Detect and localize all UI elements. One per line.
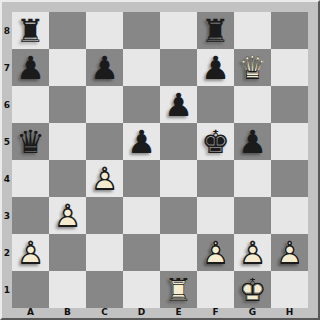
piece-black-pawn-f7[interactable]: ♟	[197, 49, 234, 86]
square-a4[interactable]	[12, 160, 49, 197]
rank-label-3: 3	[2, 197, 12, 234]
file-label-d: D	[123, 307, 160, 318]
square-c7[interactable]: ♟	[86, 49, 123, 86]
square-e8[interactable]	[160, 12, 197, 49]
square-g6[interactable]	[234, 86, 271, 123]
chess-board: ♜♜♟♟♟♛♕♟♛♟♚♟♟♙♟♙♟♙♟♙♟♙♟♙♜♖♚♔	[12, 12, 308, 308]
piece-glyph-outline: ♙	[234, 234, 271, 271]
piece-white-king-g1[interactable]: ♚♔	[234, 271, 271, 308]
piece-glyph-outline: ♙	[86, 160, 123, 197]
piece-glyph-fill: ♟	[197, 49, 234, 86]
square-a5[interactable]: ♛	[12, 123, 49, 160]
square-h4[interactable]	[271, 160, 308, 197]
piece-glyph-fill: ♚	[197, 123, 234, 160]
rank-label-4: 4	[2, 160, 12, 197]
square-f6[interactable]	[197, 86, 234, 123]
square-d5[interactable]: ♟	[123, 123, 160, 160]
square-g2[interactable]: ♟♙	[234, 234, 271, 271]
square-g8[interactable]	[234, 12, 271, 49]
square-h8[interactable]	[271, 12, 308, 49]
square-h3[interactable]	[271, 197, 308, 234]
square-h2[interactable]: ♟♙	[271, 234, 308, 271]
square-d8[interactable]	[123, 12, 160, 49]
rank-label-2: 2	[2, 234, 12, 271]
piece-white-pawn-f2[interactable]: ♟♙	[197, 234, 234, 271]
square-a2[interactable]: ♟♙	[12, 234, 49, 271]
piece-glyph-outline: ♙	[197, 234, 234, 271]
square-f3[interactable]	[197, 197, 234, 234]
piece-black-pawn-e6[interactable]: ♟	[160, 86, 197, 123]
square-c2[interactable]	[86, 234, 123, 271]
square-a8[interactable]: ♜	[12, 12, 49, 49]
piece-glyph-fill: ♜	[197, 12, 234, 49]
piece-black-queen-a5[interactable]: ♛	[12, 123, 49, 160]
rank-label-8: 8	[2, 12, 12, 49]
file-label-f: F	[197, 307, 234, 318]
piece-glyph-outline: ♖	[160, 271, 197, 308]
square-a7[interactable]: ♟	[12, 49, 49, 86]
square-h5[interactable]	[271, 123, 308, 160]
square-f8[interactable]: ♜	[197, 12, 234, 49]
square-g3[interactable]	[234, 197, 271, 234]
square-h6[interactable]	[271, 86, 308, 123]
piece-glyph-outline: ♙	[49, 197, 86, 234]
square-f7[interactable]: ♟	[197, 49, 234, 86]
piece-glyph-fill: ♟	[86, 49, 123, 86]
piece-white-pawn-h2[interactable]: ♟♙	[271, 234, 308, 271]
piece-white-queen-g7[interactable]: ♛♕	[234, 49, 271, 86]
square-b5[interactable]	[49, 123, 86, 160]
square-e3[interactable]	[160, 197, 197, 234]
piece-black-pawn-d5[interactable]: ♟	[123, 123, 160, 160]
square-e7[interactable]	[160, 49, 197, 86]
square-b6[interactable]	[49, 86, 86, 123]
file-label-e: E	[160, 307, 197, 318]
square-h7[interactable]	[271, 49, 308, 86]
square-e2[interactable]	[160, 234, 197, 271]
file-labels: ABCDEFGH	[12, 307, 308, 318]
square-d3[interactable]	[123, 197, 160, 234]
square-e4[interactable]	[160, 160, 197, 197]
square-a6[interactable]	[12, 86, 49, 123]
square-c3[interactable]	[86, 197, 123, 234]
square-f5[interactable]: ♚	[197, 123, 234, 160]
square-g1[interactable]: ♚♔	[234, 271, 271, 308]
square-b7[interactable]	[49, 49, 86, 86]
square-g7[interactable]: ♛♕	[234, 49, 271, 86]
piece-glyph-fill: ♜	[12, 12, 49, 49]
piece-glyph-fill: ♟	[234, 123, 271, 160]
square-b3[interactable]: ♟♙	[49, 197, 86, 234]
file-label-g: G	[234, 307, 271, 318]
piece-white-pawn-g2[interactable]: ♟♙	[234, 234, 271, 271]
square-f2[interactable]: ♟♙	[197, 234, 234, 271]
rank-label-6: 6	[2, 86, 12, 123]
square-a3[interactable]	[12, 197, 49, 234]
square-e6[interactable]: ♟	[160, 86, 197, 123]
piece-black-rook-a8[interactable]: ♜	[12, 12, 49, 49]
square-f1[interactable]	[197, 271, 234, 308]
square-e5[interactable]	[160, 123, 197, 160]
file-label-b: B	[49, 307, 86, 318]
square-h1[interactable]	[271, 271, 308, 308]
piece-glyph-fill: ♛	[12, 123, 49, 160]
square-d4[interactable]	[123, 160, 160, 197]
square-b4[interactable]	[49, 160, 86, 197]
square-c1[interactable]	[86, 271, 123, 308]
square-d7[interactable]	[123, 49, 160, 86]
piece-white-pawn-b3[interactable]: ♟♙	[49, 197, 86, 234]
square-b8[interactable]	[49, 12, 86, 49]
piece-glyph-outline: ♙	[271, 234, 308, 271]
piece-glyph-fill: ♟	[160, 86, 197, 123]
square-e1[interactable]: ♜♖	[160, 271, 197, 308]
square-b2[interactable]	[49, 234, 86, 271]
piece-glyph-fill: ♟	[123, 123, 160, 160]
square-c5[interactable]	[86, 123, 123, 160]
piece-white-pawn-c4[interactable]: ♟♙	[86, 160, 123, 197]
piece-white-pawn-a2[interactable]: ♟♙	[12, 234, 49, 271]
piece-glyph-outline: ♙	[12, 234, 49, 271]
square-d6[interactable]	[123, 86, 160, 123]
square-d2[interactable]	[123, 234, 160, 271]
rank-label-7: 7	[2, 49, 12, 86]
piece-white-rook-e1[interactable]: ♜♖	[160, 271, 197, 308]
piece-black-pawn-a7[interactable]: ♟	[12, 49, 49, 86]
square-c4[interactable]: ♟♙	[86, 160, 123, 197]
piece-glyph-fill: ♟	[12, 49, 49, 86]
file-label-h: H	[271, 307, 308, 318]
chess-board-frame: 87654321 ♜♜♟♟♟♛♕♟♛♟♚♟♟♙♟♙♟♙♟♙♟♙♟♙♜♖♚♔ AB…	[0, 0, 320, 320]
square-f4[interactable]	[197, 160, 234, 197]
piece-black-king-f5[interactable]: ♚	[197, 123, 234, 160]
piece-black-rook-f8[interactable]: ♜	[197, 12, 234, 49]
rank-label-5: 5	[2, 123, 12, 160]
piece-black-pawn-c7[interactable]: ♟	[86, 49, 123, 86]
square-d1[interactable]	[123, 271, 160, 308]
rank-labels: 87654321	[2, 12, 12, 308]
square-g5[interactable]: ♟	[234, 123, 271, 160]
file-label-a: A	[12, 307, 49, 318]
rank-label-1: 1	[2, 271, 12, 308]
square-g4[interactable]	[234, 160, 271, 197]
file-label-c: C	[86, 307, 123, 318]
square-b1[interactable]	[49, 271, 86, 308]
square-a1[interactable]	[12, 271, 49, 308]
square-c8[interactable]	[86, 12, 123, 49]
piece-glyph-outline: ♕	[234, 49, 271, 86]
square-c6[interactable]	[86, 86, 123, 123]
piece-glyph-outline: ♔	[234, 271, 271, 308]
piece-black-pawn-g5[interactable]: ♟	[234, 123, 271, 160]
